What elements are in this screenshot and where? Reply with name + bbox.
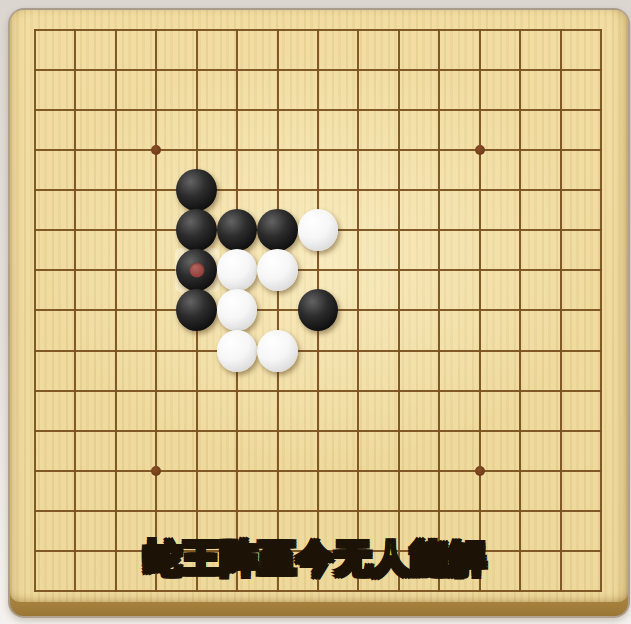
board-cell[interactable] <box>217 331 257 371</box>
board-cell[interactable] <box>257 170 297 210</box>
caption-text: 蛇王阵至今无人能解 <box>0 534 631 584</box>
board-cell[interactable] <box>96 90 136 130</box>
white-stone <box>217 289 257 331</box>
board-cell[interactable] <box>540 451 580 491</box>
board-cell[interactable] <box>379 371 419 411</box>
board-cell[interactable] <box>257 290 297 330</box>
board-cell[interactable] <box>257 10 297 50</box>
board-cell[interactable] <box>298 50 338 90</box>
board-cell[interactable] <box>298 491 338 531</box>
board-cell[interactable] <box>459 90 499 130</box>
board-cell[interactable] <box>581 371 621 411</box>
board-cell[interactable] <box>136 411 176 451</box>
board-cell[interactable] <box>379 491 419 531</box>
board-cell[interactable] <box>459 10 499 50</box>
board-cell[interactable] <box>500 371 540 411</box>
board-cell[interactable] <box>96 130 136 170</box>
board-cell[interactable] <box>419 10 459 50</box>
board-cell[interactable] <box>298 290 338 330</box>
board-cell[interactable] <box>55 451 95 491</box>
board-cell[interactable] <box>581 90 621 130</box>
board-cell[interactable] <box>379 210 419 250</box>
star-point <box>151 145 161 155</box>
board-cell[interactable] <box>379 250 419 290</box>
board-cell[interactable] <box>419 491 459 531</box>
board-cell[interactable] <box>500 331 540 371</box>
board-cell[interactable] <box>581 411 621 451</box>
board-cell[interactable] <box>581 331 621 371</box>
board-cell[interactable] <box>500 290 540 330</box>
board-cell[interactable] <box>379 290 419 330</box>
board-cell[interactable] <box>338 290 378 330</box>
board-cell[interactable] <box>136 371 176 411</box>
board-cell[interactable] <box>217 451 257 491</box>
star-point <box>151 466 161 476</box>
board-cell[interactable] <box>176 371 216 411</box>
board-cell[interactable] <box>55 90 95 130</box>
board-cell[interactable] <box>540 130 580 170</box>
board-cell[interactable] <box>96 411 136 451</box>
black-stone <box>298 289 338 331</box>
board-cell[interactable] <box>379 50 419 90</box>
board-cell[interactable] <box>338 411 378 451</box>
board-cell[interactable] <box>257 411 297 451</box>
board-cell[interactable] <box>176 170 216 210</box>
board-cell[interactable] <box>419 250 459 290</box>
board-cell[interactable] <box>217 90 257 130</box>
board-cell[interactable] <box>96 170 136 210</box>
board-cell[interactable] <box>338 130 378 170</box>
board-cell[interactable] <box>298 451 338 491</box>
board-cell[interactable] <box>55 371 95 411</box>
board-cell[interactable] <box>257 331 297 371</box>
board-cell[interactable] <box>55 210 95 250</box>
board-cell[interactable] <box>298 331 338 371</box>
board-cell[interactable] <box>338 250 378 290</box>
board-cell[interactable] <box>581 491 621 531</box>
board-cell[interactable] <box>500 170 540 210</box>
board-cell[interactable] <box>379 170 419 210</box>
board-cell[interactable] <box>379 130 419 170</box>
board-cell[interactable] <box>419 371 459 411</box>
board-cell[interactable] <box>338 90 378 130</box>
board-cell[interactable] <box>338 491 378 531</box>
board-cell[interactable] <box>176 210 216 250</box>
board-cell[interactable] <box>55 130 95 170</box>
black-stone <box>176 209 216 251</box>
board-cell[interactable] <box>540 210 580 250</box>
board-cell[interactable] <box>500 10 540 50</box>
board-cell[interactable] <box>500 451 540 491</box>
board-cell[interactable] <box>257 250 297 290</box>
board-cell[interactable] <box>136 290 176 330</box>
board-cell[interactable] <box>581 250 621 290</box>
board-cell[interactable] <box>459 50 499 90</box>
board-cell[interactable] <box>176 10 216 50</box>
board-cell[interactable] <box>298 90 338 130</box>
star-point <box>475 145 485 155</box>
board-cell[interactable] <box>217 50 257 90</box>
board-cell[interactable] <box>15 491 55 531</box>
board-cell[interactable] <box>136 130 176 170</box>
board-cell[interactable] <box>217 210 257 250</box>
board-cell[interactable] <box>540 491 580 531</box>
board-cell[interactable] <box>379 331 419 371</box>
board-cell[interactable] <box>379 90 419 130</box>
board-cell[interactable] <box>298 411 338 451</box>
board-cell[interactable] <box>459 290 499 330</box>
board-cell[interactable] <box>257 371 297 411</box>
board-cell[interactable] <box>96 290 136 330</box>
board-cell[interactable] <box>581 10 621 50</box>
board-cell[interactable] <box>500 130 540 170</box>
black-stone <box>176 249 216 291</box>
board-cell[interactable] <box>176 451 216 491</box>
board-cell[interactable] <box>15 50 55 90</box>
white-stone <box>257 249 297 291</box>
board-cell[interactable] <box>217 411 257 451</box>
board-cell[interactable] <box>298 170 338 210</box>
board-cell[interactable] <box>15 210 55 250</box>
black-stone <box>176 289 216 331</box>
board-cell[interactable] <box>459 210 499 250</box>
board-cell[interactable] <box>459 170 499 210</box>
board-cell[interactable] <box>176 411 216 451</box>
board-cell[interactable] <box>500 210 540 250</box>
board-cell[interactable] <box>136 491 176 531</box>
board-surface <box>10 10 628 602</box>
board-cell[interactable] <box>55 491 95 531</box>
board-cell[interactable] <box>581 451 621 491</box>
board-cell[interactable] <box>96 210 136 250</box>
game-board <box>8 8 630 618</box>
board-cell[interactable] <box>298 210 338 250</box>
board-cell[interactable] <box>459 491 499 531</box>
board-cell[interactable] <box>176 90 216 130</box>
board-cell[interactable] <box>298 371 338 411</box>
board-cell[interactable] <box>500 90 540 130</box>
board-cell[interactable] <box>581 130 621 170</box>
board-cell[interactable] <box>176 290 216 330</box>
board-cell[interactable] <box>419 170 459 210</box>
board-cell[interactable] <box>96 10 136 50</box>
board-cell[interactable] <box>419 210 459 250</box>
white-stone <box>217 330 257 372</box>
board-cell[interactable] <box>55 250 95 290</box>
board-cell[interactable] <box>419 290 459 330</box>
board-cell[interactable] <box>419 130 459 170</box>
board-cell[interactable] <box>217 371 257 411</box>
board-cell[interactable] <box>540 250 580 290</box>
board-cell[interactable] <box>581 290 621 330</box>
board-cell[interactable] <box>136 170 176 210</box>
board-cell[interactable] <box>15 451 55 491</box>
board-cell[interactable] <box>500 411 540 451</box>
board-cell[interactable] <box>540 331 580 371</box>
board-cell[interactable] <box>379 411 419 451</box>
board-cell[interactable] <box>15 90 55 130</box>
board-cell[interactable] <box>419 411 459 451</box>
board-cell[interactable] <box>459 130 499 170</box>
board-cell[interactable] <box>379 10 419 50</box>
board-cell[interactable] <box>15 411 55 451</box>
board-cell[interactable] <box>176 50 216 90</box>
board-cell[interactable] <box>15 331 55 371</box>
board-cell[interactable] <box>257 130 297 170</box>
board-cell[interactable] <box>419 50 459 90</box>
board-cell[interactable] <box>500 250 540 290</box>
board-cell[interactable] <box>15 170 55 210</box>
board-cell[interactable] <box>581 210 621 250</box>
board-cell[interactable] <box>500 491 540 531</box>
board-cell[interactable] <box>338 210 378 250</box>
board-cell[interactable] <box>217 130 257 170</box>
board-cell[interactable] <box>55 10 95 50</box>
last-move-marker-dot <box>189 263 204 278</box>
board-cell[interactable] <box>540 10 580 50</box>
board-cell[interactable] <box>136 451 176 491</box>
board-cell[interactable] <box>217 290 257 330</box>
board-cell[interactable] <box>338 50 378 90</box>
board-cell[interactable] <box>459 411 499 451</box>
board-cell[interactable] <box>459 331 499 371</box>
black-stone <box>217 209 257 251</box>
board-cell[interactable] <box>15 371 55 411</box>
board-cell[interactable] <box>298 10 338 50</box>
board-cell[interactable] <box>257 90 297 130</box>
board-cell[interactable] <box>217 250 257 290</box>
board-cell[interactable] <box>136 50 176 90</box>
board-cells <box>15 10 621 611</box>
star-point <box>475 466 485 476</box>
board-cell[interactable] <box>176 250 216 290</box>
board-cell[interactable] <box>338 170 378 210</box>
white-stone <box>298 209 338 251</box>
board-cell[interactable] <box>338 371 378 411</box>
board-cell[interactable] <box>298 130 338 170</box>
board-cell[interactable] <box>581 170 621 210</box>
board-cell[interactable] <box>96 50 136 90</box>
board-cell[interactable] <box>176 491 216 531</box>
board-cell[interactable] <box>96 331 136 371</box>
board-cell[interactable] <box>459 250 499 290</box>
board-cell[interactable] <box>136 331 176 371</box>
board-cell[interactable] <box>55 170 95 210</box>
board-cell[interactable] <box>257 210 297 250</box>
board-cell[interactable] <box>459 371 499 411</box>
board-cell[interactable] <box>96 491 136 531</box>
board-cell[interactable] <box>540 50 580 90</box>
white-stone <box>217 249 257 291</box>
board-cell[interactable] <box>540 290 580 330</box>
board-cell[interactable] <box>540 170 580 210</box>
board-cell[interactable] <box>15 10 55 50</box>
board-cell[interactable] <box>217 10 257 50</box>
board-cell[interactable] <box>136 90 176 130</box>
board-cell[interactable] <box>419 90 459 130</box>
board-cell[interactable] <box>136 10 176 50</box>
board-cell[interactable] <box>96 371 136 411</box>
board-cell[interactable] <box>419 331 459 371</box>
board-cell[interactable] <box>15 250 55 290</box>
board-cell[interactable] <box>55 290 95 330</box>
board-cell[interactable] <box>540 371 580 411</box>
board-cell[interactable] <box>500 50 540 90</box>
board-cell[interactable] <box>176 130 216 170</box>
black-stone <box>257 209 297 251</box>
board-cell[interactable] <box>176 331 216 371</box>
board-cell[interactable] <box>15 130 55 170</box>
board-cell[interactable] <box>298 250 338 290</box>
board-cell[interactable] <box>217 170 257 210</box>
board-cell[interactable] <box>15 290 55 330</box>
board-cell[interactable] <box>55 50 95 90</box>
board-cell[interactable] <box>96 250 136 290</box>
board-cell[interactable] <box>136 210 176 250</box>
board-cell[interactable] <box>338 451 378 491</box>
board-cell[interactable] <box>257 451 297 491</box>
board-cell[interactable] <box>55 331 95 371</box>
board-cell[interactable] <box>217 491 257 531</box>
black-stone <box>176 169 216 211</box>
board-cell[interactable] <box>96 451 136 491</box>
white-stone <box>257 330 297 372</box>
board-cell[interactable] <box>419 451 459 491</box>
board-cell[interactable] <box>55 411 95 451</box>
board-cell[interactable] <box>136 250 176 290</box>
board-cell[interactable] <box>581 50 621 90</box>
board-cell[interactable] <box>338 10 378 50</box>
board-cell[interactable] <box>540 90 580 130</box>
board-cell[interactable] <box>540 411 580 451</box>
board-cell[interactable] <box>338 331 378 371</box>
board-cell[interactable] <box>257 50 297 90</box>
board-cell[interactable] <box>459 451 499 491</box>
board-cell[interactable] <box>379 451 419 491</box>
board-cell[interactable] <box>257 491 297 531</box>
